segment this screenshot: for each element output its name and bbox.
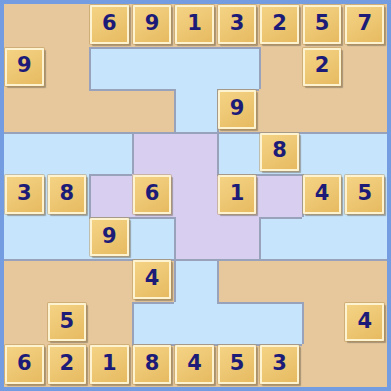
cell-r5c8[interactable]: [344, 217, 387, 260]
cell-r8c5[interactable]: 5: [217, 344, 260, 387]
cell-r2c2[interactable]: [89, 89, 132, 132]
cell-r2c1[interactable]: [47, 89, 90, 132]
tile-r6c3[interactable]: 4: [133, 260, 172, 299]
tile-r0c7[interactable]: 5: [303, 5, 342, 44]
tile-digit: 4: [315, 183, 330, 204]
tile-r8c6[interactable]: 3: [260, 345, 299, 384]
cell-r5c1[interactable]: [47, 217, 90, 260]
cell-r7c8[interactable]: 4: [344, 302, 387, 345]
tile-digit: 3: [272, 353, 287, 374]
tile-r0c6[interactable]: 2: [260, 5, 299, 44]
cell-r3c5[interactable]: [217, 132, 260, 175]
tile-digit: 5: [357, 183, 372, 204]
tile-r0c5[interactable]: 3: [218, 5, 257, 44]
tile-r8c1[interactable]: 2: [48, 345, 87, 384]
tile-digit: 5: [230, 353, 245, 374]
cell-r0c0[interactable]: [4, 4, 47, 47]
cell-r7c5[interactable]: [217, 302, 260, 345]
cell-r6c1[interactable]: [47, 259, 90, 302]
cell-r7c2[interactable]: [89, 302, 132, 345]
cell-r4c4[interactable]: [174, 174, 217, 217]
tile-digit: 6: [102, 13, 117, 34]
cell-r2c7[interactable]: [302, 89, 345, 132]
cell-r5c7[interactable]: [302, 217, 345, 260]
board-grid: 6913257929838614594546218453: [4, 4, 387, 387]
cell-r6c0[interactable]: [4, 259, 47, 302]
tile-r1c7[interactable]: 2: [303, 48, 342, 87]
cell-r5c3[interactable]: [132, 217, 175, 260]
cell-r3c1[interactable]: [47, 132, 90, 175]
cell-r2c0[interactable]: [4, 89, 47, 132]
tile-r8c0[interactable]: 6: [5, 345, 44, 384]
tile-digit: 6: [17, 353, 32, 374]
tile-digit: 7: [357, 13, 372, 34]
cell-r4c2[interactable]: [89, 174, 132, 217]
tile-digit: 4: [187, 353, 202, 374]
cell-r1c7[interactable]: 2: [302, 47, 345, 90]
tile-digit: 3: [17, 183, 32, 204]
cell-r5c0[interactable]: [4, 217, 47, 260]
tile-digit: 8: [60, 183, 75, 204]
cell-r8c3[interactable]: 8: [132, 344, 175, 387]
tile-digit: 9: [145, 13, 160, 34]
tile-digit: 5: [60, 311, 75, 332]
cell-r2c8[interactable]: [344, 89, 387, 132]
cell-r1c4[interactable]: [174, 47, 217, 90]
cell-r6c2[interactable]: [89, 259, 132, 302]
cell-r8c6[interactable]: 3: [259, 344, 302, 387]
tile-r2c5[interactable]: 9: [218, 90, 257, 129]
cell-r8c8[interactable]: [344, 344, 387, 387]
cell-r4c6[interactable]: [259, 174, 302, 217]
cell-r7c7[interactable]: [302, 302, 345, 345]
cell-r5c4[interactable]: [174, 217, 217, 260]
cell-r0c7[interactable]: 5: [302, 4, 345, 47]
cell-r0c8[interactable]: 7: [344, 4, 387, 47]
tile-digit: 9: [102, 226, 117, 247]
cell-r0c3[interactable]: 9: [132, 4, 175, 47]
puzzle-board: 6913257929838614594546218453: [0, 0, 391, 391]
cell-r3c3[interactable]: [132, 132, 175, 175]
tile-r8c2[interactable]: 1: [90, 345, 129, 384]
tile-r4c8[interactable]: 5: [345, 175, 384, 214]
cell-r4c1[interactable]: 8: [47, 174, 90, 217]
tile-digit: 1: [102, 353, 117, 374]
cell-r3c0[interactable]: [4, 132, 47, 175]
cell-r0c5[interactable]: 3: [217, 4, 260, 47]
tile-digit: 3: [230, 13, 245, 34]
tile-digit: 9: [17, 55, 32, 76]
cell-r8c4[interactable]: 4: [174, 344, 217, 387]
tile-digit: 8: [145, 353, 160, 374]
tile-r0c3[interactable]: 9: [133, 5, 172, 44]
cell-r2c3[interactable]: [132, 89, 175, 132]
cell-r2c6[interactable]: [259, 89, 302, 132]
cell-r6c8[interactable]: [344, 259, 387, 302]
tile-digit: 5: [315, 13, 330, 34]
cell-r4c0[interactable]: 3: [4, 174, 47, 217]
tile-r8c3[interactable]: 8: [133, 345, 172, 384]
cell-r5c6[interactable]: [259, 217, 302, 260]
cell-r4c8[interactable]: 5: [344, 174, 387, 217]
cell-r2c5[interactable]: 9: [217, 89, 260, 132]
cell-r7c4[interactable]: [174, 302, 217, 345]
tile-digit: 2: [315, 55, 330, 76]
cell-r7c3[interactable]: [132, 302, 175, 345]
cell-r4c3[interactable]: 6: [132, 174, 175, 217]
cell-r7c0[interactable]: [4, 302, 47, 345]
cell-r0c1[interactable]: [47, 4, 90, 47]
cell-r3c6[interactable]: 8: [259, 132, 302, 175]
tile-digit: 4: [357, 311, 372, 332]
tile-r4c5[interactable]: 1: [218, 175, 257, 214]
tile-digit: 1: [230, 183, 245, 204]
cell-r0c2[interactable]: 6: [89, 4, 132, 47]
cell-r2c4[interactable]: [174, 89, 217, 132]
cell-r6c5[interactable]: [217, 259, 260, 302]
cell-r1c5[interactable]: [217, 47, 260, 90]
tile-digit: 8: [272, 140, 287, 161]
tile-r0c2[interactable]: 6: [90, 5, 129, 44]
tile-r3c6[interactable]: 8: [260, 133, 299, 172]
tile-digit: 9: [230, 98, 245, 119]
cell-r4c7[interactable]: 4: [302, 174, 345, 217]
cell-r1c3[interactable]: [132, 47, 175, 90]
cell-r6c4[interactable]: [174, 259, 217, 302]
tile-r7c8[interactable]: 4: [345, 303, 384, 342]
cell-r3c7[interactable]: [302, 132, 345, 175]
cell-r8c0[interactable]: 6: [4, 344, 47, 387]
tile-digit: 1: [187, 13, 202, 34]
tile-r8c4[interactable]: 4: [175, 345, 214, 384]
tile-r4c1[interactable]: 8: [48, 175, 87, 214]
cell-r1c2[interactable]: [89, 47, 132, 90]
cell-r8c7[interactable]: [302, 344, 345, 387]
tile-r4c7[interactable]: 4: [303, 175, 342, 214]
tile-r5c2[interactable]: 9: [90, 218, 129, 257]
tile-r4c0[interactable]: 3: [5, 175, 44, 214]
cell-r7c1[interactable]: 5: [47, 302, 90, 345]
tile-digit: 2: [60, 353, 75, 374]
cell-r5c5[interactable]: [217, 217, 260, 260]
tile-digit: 4: [145, 268, 160, 289]
cell-r0c4[interactable]: 1: [174, 4, 217, 47]
cell-r1c6[interactable]: [259, 47, 302, 90]
cell-r3c8[interactable]: [344, 132, 387, 175]
cell-r1c1[interactable]: [47, 47, 90, 90]
tile-r8c5[interactable]: 5: [218, 345, 257, 384]
cell-r6c3[interactable]: 4: [132, 259, 175, 302]
cell-r3c4[interactable]: [174, 132, 217, 175]
tile-digit: 2: [272, 13, 287, 34]
cell-r4c5[interactable]: 1: [217, 174, 260, 217]
tile-r1c0[interactable]: 9: [5, 48, 44, 87]
tile-r0c8[interactable]: 7: [345, 5, 384, 44]
cell-r1c8[interactable]: [344, 47, 387, 90]
tile-digit: 6: [145, 183, 160, 204]
tile-r4c3[interactable]: 6: [133, 175, 172, 214]
cell-r7c6[interactable]: [259, 302, 302, 345]
cell-r6c7[interactable]: [302, 259, 345, 302]
cell-r8c2[interactable]: 1: [89, 344, 132, 387]
cell-r3c2[interactable]: [89, 132, 132, 175]
cell-r5c2[interactable]: 9: [89, 217, 132, 260]
cell-r8c1[interactable]: 2: [47, 344, 90, 387]
cell-r6c6[interactable]: [259, 259, 302, 302]
tile-r0c4[interactable]: 1: [175, 5, 214, 44]
tile-r7c1[interactable]: 5: [48, 303, 87, 342]
cell-r0c6[interactable]: 2: [259, 4, 302, 47]
cell-r1c0[interactable]: 9: [4, 47, 47, 90]
